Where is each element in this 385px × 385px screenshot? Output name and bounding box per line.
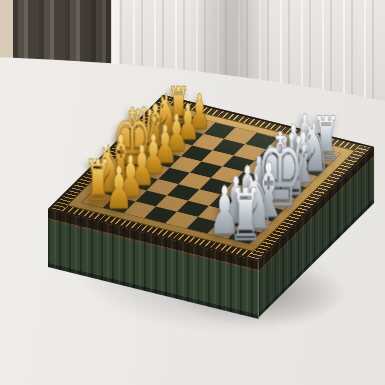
piece-silver-rook[interactable]: ♜ bbox=[213, 179, 278, 251]
photo-scene: ♜♞♝♛♚♝♞♜♟♟♟♟♟♟♟♟♟♟♟♟♟♟♟♟♜♞♝♛♚♝♞♜ bbox=[0, 0, 385, 385]
piece-gold-pawn[interactable]: ♟ bbox=[93, 159, 145, 217]
pawn-glyph: ♟ bbox=[106, 159, 133, 217]
rook-glyph: ♜ bbox=[229, 179, 263, 251]
